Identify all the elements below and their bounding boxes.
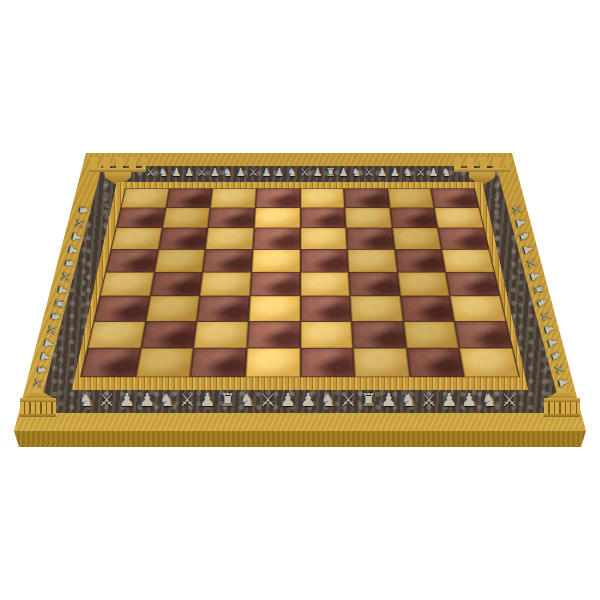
square-d1[interactable] [246, 349, 300, 377]
temple-columns-icon [90, 157, 146, 168]
temple-base-icon [544, 414, 580, 417]
square-e1[interactable] [301, 349, 355, 377]
square-b1[interactable] [136, 349, 193, 377]
square-b7[interactable] [162, 208, 209, 228]
square-g7[interactable] [390, 208, 437, 228]
checkerboard-grid[interactable] [80, 188, 520, 377]
square-e8[interactable] [300, 189, 344, 208]
square-b8[interactable] [166, 189, 212, 208]
square-h2[interactable] [455, 322, 512, 348]
chessboard-photo: ⚔♞♟♟⚔♟♞♟⚔♟♟♞⚔♟♜♟♞⚔♟♟♞⚔♟♞ ♞⚔♟♟♞⚔♟♜♞⚔♟♟♞⚔♜… [0, 0, 600, 600]
square-g6[interactable] [393, 228, 442, 249]
roman-soldiers-relief-bottom-icon: ♞⚔♟♟♞⚔♟♜♞⚔♟♟♞⚔♜♟♞⚔♟♟♞⚔ [45, 391, 555, 414]
square-a1[interactable] [81, 349, 140, 377]
square-h3[interactable] [451, 296, 506, 321]
square-g1[interactable] [407, 349, 464, 377]
square-c1[interactable] [191, 349, 246, 377]
square-b4[interactable] [150, 272, 202, 295]
temple-ornament-bottom-left-icon [20, 389, 56, 417]
temple-columns-icon [544, 402, 580, 414]
square-f2[interactable] [352, 322, 406, 348]
square-a4[interactable] [100, 272, 153, 295]
square-f6[interactable] [346, 228, 394, 249]
square-f7[interactable] [345, 208, 391, 228]
square-d6[interactable] [253, 228, 299, 249]
square-f8[interactable] [344, 189, 389, 208]
square-c8[interactable] [211, 189, 256, 208]
square-c6[interactable] [206, 228, 254, 249]
square-e7[interactable] [300, 208, 345, 228]
square-a8[interactable] [121, 189, 168, 208]
square-g8[interactable] [388, 189, 434, 208]
square-d5[interactable] [252, 250, 300, 272]
square-e5[interactable] [300, 250, 348, 272]
square-c2[interactable] [194, 322, 248, 348]
square-b2[interactable] [141, 322, 196, 348]
square-e6[interactable] [300, 228, 346, 249]
square-f1[interactable] [354, 349, 409, 377]
square-h7[interactable] [435, 208, 484, 228]
square-c5[interactable] [203, 250, 252, 272]
temple-base-icon [20, 414, 56, 417]
square-h8[interactable] [431, 189, 478, 208]
square-e2[interactable] [301, 322, 353, 348]
square-d8[interactable] [256, 189, 300, 208]
square-h5[interactable] [442, 250, 494, 272]
square-g4[interactable] [398, 272, 450, 295]
roman-soldiers-relief-top-icon: ⚔♞♟♟⚔♟♞♟⚔♟♟♞⚔♟♜♟♞⚔♟♟♞⚔♟♞ [112, 167, 488, 182]
square-a2[interactable] [88, 322, 145, 348]
temple-ornament-bottom-right-icon [544, 389, 580, 417]
square-c3[interactable] [197, 296, 249, 321]
square-d2[interactable] [247, 322, 299, 348]
square-e3[interactable] [301, 296, 351, 321]
square-h1[interactable] [460, 349, 519, 377]
square-a5[interactable] [106, 250, 158, 272]
square-g2[interactable] [404, 322, 459, 348]
square-a7[interactable] [116, 208, 165, 228]
temple-columns-icon [454, 157, 510, 168]
square-b5[interactable] [155, 250, 205, 272]
square-f3[interactable] [351, 296, 403, 321]
temple-entablature-icon [454, 168, 510, 172]
square-c7[interactable] [208, 208, 254, 228]
square-b3[interactable] [146, 296, 199, 321]
temple-columns-icon [20, 402, 56, 414]
square-a3[interactable] [94, 296, 149, 321]
square-f4[interactable] [349, 272, 399, 295]
temple-entablature-icon [90, 168, 146, 172]
temple-pediment-icon [547, 389, 577, 398]
square-f5[interactable] [348, 250, 397, 272]
temple-pediment-icon [23, 389, 53, 398]
square-g5[interactable] [395, 250, 445, 272]
square-d4[interactable] [250, 272, 299, 295]
square-a6[interactable] [111, 228, 161, 249]
square-h4[interactable] [446, 272, 499, 295]
square-g3[interactable] [401, 296, 454, 321]
square-b6[interactable] [159, 228, 208, 249]
square-e4[interactable] [301, 272, 350, 295]
square-d3[interactable] [249, 296, 299, 321]
square-h6[interactable] [439, 228, 489, 249]
square-d7[interactable] [254, 208, 299, 228]
square-c4[interactable] [200, 272, 250, 295]
